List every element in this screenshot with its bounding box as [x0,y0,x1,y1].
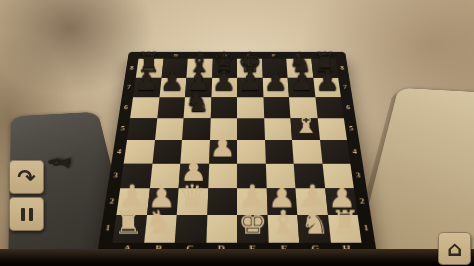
square-e5[interactable] [237,118,265,140]
square-b7[interactable]: ♟ [159,77,186,97]
piece-black-pawn-h7[interactable]: ♟ [315,68,340,95]
piece-black-knight-c6[interactable]: ♞ [184,88,209,116]
files-top-B: B [163,52,188,58]
square-d6[interactable] [210,97,237,118]
piece-white-rook-a1[interactable]: ♜ [114,207,143,240]
piece-black-pawn-a7[interactable]: ♟ [134,68,159,95]
piece-white-queen-c2[interactable]: ♛ [178,180,206,212]
piece-black-pawn-f7[interactable]: ♟ [264,68,289,95]
piece-black-pawn-g7[interactable]: ♟ [290,68,315,95]
square-a6[interactable] [130,97,159,118]
piece-white-bishop-g5[interactable]: ♝ [293,109,319,138]
undo-button[interactable]: ↷ [9,160,44,194]
square-f1[interactable]: ♝ [267,215,299,243]
piece-white-rook-h1[interactable]: ♜ [331,207,360,240]
square-e7[interactable]: ♟ [237,77,263,97]
square-c2[interactable]: ♛ [177,188,208,214]
piece-white-knight-g1[interactable]: ♞ [300,207,329,240]
square-g1[interactable]: ♞ [297,215,330,243]
square-f5[interactable] [264,118,292,140]
piece-white-king-e1[interactable]: ♚ [238,207,267,240]
square-h7[interactable]: ♟ [313,77,341,97]
square-d3[interactable] [208,163,237,188]
home-button[interactable]: ⌂ [438,232,471,265]
square-d7[interactable]: ♟ [211,77,237,97]
square-b5[interactable] [155,118,184,140]
chess-board[interactable]: ♜♝♛♚♞♜♟♟♟♟♟♟♟♟♞♝♟♟♟♟♛♟♟♟♟♜♞♚♝♞♜ ABCDEFGH… [97,52,377,254]
square-e6[interactable] [237,97,264,118]
ranks-right-7: 7 [338,77,352,97]
piece-black-pawn-b7[interactable]: ♟ [160,68,185,95]
square-c1[interactable] [175,215,207,243]
square-d1[interactable] [206,215,237,243]
square-b4[interactable] [152,140,182,163]
square-b6[interactable] [157,97,185,118]
piece-white-knight-b1[interactable]: ♞ [145,207,174,240]
pause-icon [21,208,33,221]
piece-white-bishop-f1[interactable]: ♝ [269,207,298,240]
square-e4[interactable] [237,140,265,163]
square-h5[interactable] [317,118,347,140]
square-a4[interactable] [124,140,155,163]
piece-white-pawn-d4[interactable]: ♟ [210,131,237,161]
square-f6[interactable] [263,97,290,118]
square-a7[interactable]: ♟ [133,77,161,97]
square-h4[interactable] [320,140,351,163]
square-a5[interactable] [127,118,157,140]
board-squares: ♜♝♛♚♞♜♟♟♟♟♟♟♟♟♞♝♟♟♟♟♛♟♟♟♟♜♞♚♝♞♜ [112,59,361,243]
square-g7[interactable]: ♟ [288,77,315,97]
piece-black-pawn-e7[interactable]: ♟ [238,68,263,95]
pause-button[interactable] [9,197,44,231]
home-icon: ⌂ [447,237,462,261]
square-e1[interactable]: ♚ [237,215,268,243]
files-top-F: F [261,52,286,58]
square-g4[interactable] [292,140,322,163]
square-c6[interactable]: ♞ [184,97,211,118]
square-g5[interactable]: ♝ [290,118,319,140]
square-f7[interactable]: ♟ [262,77,289,97]
square-c5[interactable] [182,118,210,140]
square-f4[interactable] [265,140,294,163]
piece-black-pawn-d7[interactable]: ♟ [212,68,237,95]
board-scene: ♜♝♛♚♞♜♟♟♟♟♟♟♟♟♞♝♟♟♟♟♛♟♟♟♟♜♞♚♝♞♜ ABCDEFGH… [115,6,359,266]
table-edge [0,249,474,266]
square-d2[interactable] [207,188,237,214]
square-a1[interactable]: ♜ [112,215,146,243]
square-h6[interactable] [315,97,344,118]
square-b1[interactable]: ♞ [144,215,177,243]
square-d4[interactable]: ♟ [209,140,237,163]
square-h1[interactable]: ♜ [327,215,361,243]
undo-icon: ↷ [17,165,35,190]
captured-black-bishop-icon: ♝ [44,153,75,174]
